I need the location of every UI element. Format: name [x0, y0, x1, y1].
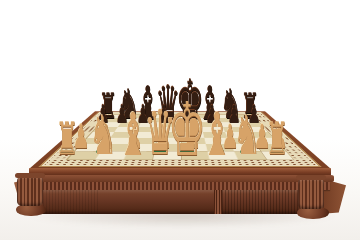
knight-glyph: ♞︎ — [220, 84, 241, 125]
piece-black-rook-a8: ♜︎ — [108, 118, 139, 153]
pawn-glyph: ♟︎ — [97, 120, 114, 153]
felt-base — [126, 150, 140, 153]
rook-glyph: ♜︎ — [55, 116, 78, 161]
felt-base — [240, 150, 254, 153]
bishop-glyph: ♝︎ — [198, 80, 222, 126]
felt-base — [60, 150, 74, 153]
piece-black-pawn-h7: ♟︎ — [254, 122, 276, 147]
pawn-glyph: ♟︎ — [96, 102, 109, 127]
piece-black-pawn-f7: ♟︎ — [212, 122, 234, 147]
rook-glyph: ♜︎ — [265, 116, 288, 161]
queen-glyph: ♛︎ — [156, 79, 181, 127]
piece-black-pawn-b7: ♟︎ — [122, 122, 144, 147]
pawn-glyph: ♟︎ — [227, 102, 240, 127]
pawn-glyph: ♟︎ — [253, 120, 270, 153]
pawn-glyph: ♟︎ — [180, 102, 193, 127]
base-left-pilaster — [17, 176, 43, 206]
rook-glyph: ♜︎ — [241, 89, 259, 124]
felt-base — [153, 150, 167, 153]
piece-black-bishop-c8: ♝︎ — [148, 118, 189, 164]
pawn-glyph: ♟︎ — [183, 120, 200, 153]
knight-glyph: ♞︎ — [89, 109, 117, 163]
bishop-glyph: ♝︎ — [202, 105, 233, 164]
piece-black-knight-b8: ♞︎ — [129, 118, 166, 159]
piece-black-pawn-g7: ♟︎ — [234, 122, 256, 147]
base-front-fluted-divider — [214, 190, 222, 214]
piece-black-pawn-e7: ♟︎ — [187, 122, 209, 147]
pawn-glyph: ♟︎ — [221, 120, 238, 153]
pawn-glyph: ♟︎ — [115, 102, 128, 127]
piece-black-queen-d8: ♛︎ — [168, 118, 211, 166]
piece-black-pawn-c7: ♟︎ — [143, 122, 165, 147]
pawn-glyph: ♟︎ — [157, 102, 170, 127]
piece-black-bishop-f8: ♝︎ — [210, 118, 251, 164]
bishop-glyph: ♝︎ — [118, 105, 149, 164]
knight-glyph: ♞︎ — [118, 84, 139, 125]
rook-glyph: ♜︎ — [99, 89, 117, 124]
king-glyph: ♚︎ — [176, 74, 204, 128]
king-glyph: ♚︎ — [168, 92, 206, 166]
queen-glyph: ♛︎ — [144, 102, 176, 164]
knight-glyph: ♞︎ — [233, 109, 261, 163]
pawn-glyph: ♟︎ — [72, 120, 89, 153]
pawn-glyph: ♟︎ — [125, 120, 142, 153]
base-front-reeding-left — [40, 190, 98, 214]
felt-base — [270, 150, 284, 153]
piece-black-pawn-a7: ♟︎ — [103, 122, 125, 147]
felt-base — [96, 150, 110, 153]
felt-base — [180, 150, 194, 153]
pawn-glyph: ♟︎ — [154, 120, 171, 153]
piece-black-pawn-d7: ♟︎ — [164, 122, 186, 147]
felt-base — [210, 150, 224, 153]
piece-black-rook-h8: ♜︎ — [250, 118, 281, 153]
pawn-glyph: ♟︎ — [270, 120, 287, 153]
pawn-glyph: ♟︎ — [136, 102, 149, 127]
pawn-glyph: ♟︎ — [247, 102, 260, 127]
base-right-pilaster — [298, 178, 324, 209]
bishop-glyph: ♝︎ — [136, 80, 160, 126]
piece-black-king-e8: ♚︎ — [190, 118, 238, 172]
pawn-glyph: ♟︎ — [205, 102, 218, 127]
base-top-molding — [26, 175, 334, 182]
chess-set-photo: ♜︎♞︎♝︎♛︎♚︎♝︎♞︎♜︎♟︎♟︎♟︎♟︎♟︎♟︎♟︎♟︎♟︎♟︎♟︎♟︎… — [0, 0, 360, 240]
piece-black-knight-g8: ♞︎ — [231, 118, 268, 159]
base-dentil-band — [30, 182, 330, 190]
